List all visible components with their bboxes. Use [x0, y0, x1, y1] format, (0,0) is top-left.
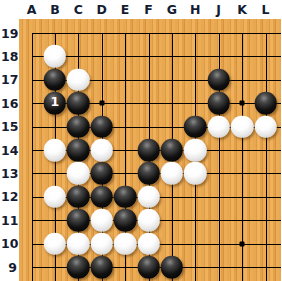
black-stone-L16: [254, 92, 277, 115]
black-stone-G14: [161, 139, 184, 162]
row-label-10: 10: [1, 235, 17, 252]
star-point-K16: [240, 101, 245, 106]
row-label-19: 19: [1, 25, 17, 42]
white-stone-F12: [137, 186, 160, 209]
white-stone-B10: [44, 232, 67, 255]
col-label-G: G: [160, 1, 184, 18]
go-board[interactable]: 1: [19, 19, 281, 281]
white-stone-C13: [67, 162, 90, 185]
black-stone-B17: [44, 69, 67, 92]
white-stone-L15: [254, 115, 277, 138]
col-label-D: D: [90, 1, 114, 18]
row-label-11: 11: [1, 212, 17, 229]
row-label-18: 18: [1, 48, 17, 65]
white-stone-B14: [44, 139, 67, 162]
white-stone-C17: [67, 69, 90, 92]
star-point-K10: [240, 241, 245, 246]
black-stone-F9: [137, 256, 160, 279]
black-stone-D12: [90, 186, 113, 209]
row-label-13: 13: [1, 165, 17, 182]
row-label-12: 12: [1, 188, 17, 205]
col-label-A: A: [20, 1, 44, 18]
row-label-9: 9: [1, 259, 17, 276]
black-stone-C14: [67, 139, 90, 162]
black-stone-B16: [44, 92, 67, 115]
black-stone-G9: [161, 256, 184, 279]
white-stone-H14: [184, 139, 207, 162]
grid-line-row-18: [32, 56, 282, 57]
col-label-L: L: [254, 1, 278, 18]
black-stone-E11: [114, 209, 137, 232]
black-stone-C9: [67, 256, 90, 279]
black-stone-H15: [184, 115, 207, 138]
col-label-C: C: [66, 1, 90, 18]
go-app-window: ABCDEFGHJKL 191817161514131211109 1: [0, 0, 281, 281]
black-stone-D15: [90, 115, 113, 138]
col-label-K: K: [230, 1, 254, 18]
white-stone-K15: [231, 115, 254, 138]
row-label-16: 16: [1, 95, 17, 112]
black-stone-F13: [137, 162, 160, 185]
black-stone-C16: [67, 92, 90, 115]
black-stone-D13: [90, 162, 113, 185]
white-stone-D14: [90, 139, 113, 162]
col-label-H: H: [183, 1, 207, 18]
black-stone-E12: [114, 186, 137, 209]
black-stone-F14: [137, 139, 160, 162]
white-stone-F10: [137, 232, 160, 255]
black-stone-J17: [207, 69, 230, 92]
row-label-14: 14: [1, 142, 17, 159]
white-stone-B18: [44, 45, 67, 68]
black-stone-J16: [207, 92, 230, 115]
black-stone-C11: [67, 209, 90, 232]
white-stone-D10: [90, 232, 113, 255]
white-stone-J15: [207, 115, 230, 138]
black-stone-C12: [67, 186, 90, 209]
white-stone-B12: [44, 186, 67, 209]
white-stone-G13: [161, 162, 184, 185]
white-stone-C10: [67, 232, 90, 255]
row-label-15: 15: [1, 118, 17, 135]
white-stone-E10: [114, 232, 137, 255]
row-label-17: 17: [1, 71, 17, 88]
col-label-J: J: [207, 1, 231, 18]
col-label-E: E: [113, 1, 137, 18]
black-stone-D9: [90, 256, 113, 279]
white-stone-H13: [184, 162, 207, 185]
grid-line-row-19: [32, 33, 282, 34]
col-label-B: B: [43, 1, 67, 18]
white-stone-D11: [90, 209, 113, 232]
white-stone-F11: [137, 209, 160, 232]
black-stone-C15: [67, 115, 90, 138]
col-label-F: F: [137, 1, 161, 18]
star-point-D16: [99, 101, 104, 106]
